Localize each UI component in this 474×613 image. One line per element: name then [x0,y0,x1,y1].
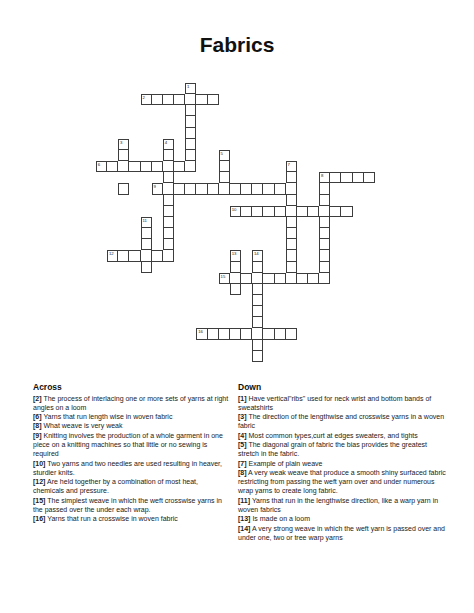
clue-item: [11] Yarns that run in the lengthwise di… [238,496,448,515]
grid-cell[interactable] [196,183,207,194]
clue-item: [8] What weave is very weak [33,421,231,430]
grid-cell[interactable] [252,340,263,351]
grid-cell[interactable] [263,206,274,217]
grid-cell[interactable] [353,172,364,183]
clue-number: 10 [232,207,237,212]
grid-cell[interactable] [230,284,241,295]
grid-cell[interactable] [275,206,286,217]
grid-cell[interactable] [319,228,330,239]
clue-item: [8] A very weak weave that produce a smo… [238,468,448,496]
clue-number: 1 [187,84,189,89]
grid-cell[interactable] [275,273,286,284]
grid-cell[interactable]: 8 [319,172,330,183]
clue-item-number: [15] [33,497,45,504]
grid-cell[interactable] [219,183,230,194]
clue-number: 15 [221,274,226,279]
grid-cell[interactable] [141,161,152,172]
grid-cell[interactable]: 6 [96,161,107,172]
grid-cell[interactable] [308,273,319,284]
clue-item-number: [4] [238,432,247,439]
clue-number: 14 [254,251,259,256]
grid-cell[interactable] [208,94,219,105]
grid-cell[interactable] [230,273,241,284]
clue-item-number: [9] [33,432,42,439]
grid-cell[interactable] [152,161,163,172]
clue-item: [1] Have vertical"ribs" used for neck wr… [238,394,448,413]
clue-item-number: [10] [33,460,45,467]
grid-cell[interactable] [330,206,341,217]
clue-number: 8 [321,173,323,178]
grid-cell[interactable] [185,183,196,194]
grid-cell[interactable] [286,328,297,339]
grid-cell[interactable] [230,262,241,273]
grid-cell[interactable] [163,150,174,161]
clue-item-number: [16] [33,515,45,522]
grid-cell[interactable] [163,172,174,183]
clue-item: [4] Most common types,curt at edges swea… [238,431,448,440]
clue-item-number: [2] [33,395,42,402]
grid-cell[interactable] [196,94,207,105]
down-clues-section: Down [1] Have vertical"ribs" used for ne… [238,383,448,542]
grid-cell[interactable] [241,206,252,217]
grid-cell[interactable] [286,262,297,273]
grid-cell[interactable] [163,228,174,239]
across-header: Across [33,383,231,393]
worksheet-page: Fabrics 12345678910111213141516 Across [… [0,0,474,613]
grid-cell[interactable] [141,250,152,261]
grid-cell[interactable]: 15 [219,273,230,284]
grid-cell[interactable] [286,250,297,261]
grid-cell[interactable] [219,172,230,183]
clue-item-number: [6] [33,413,42,420]
grid-cell[interactable] [364,172,375,183]
grid-cell[interactable] [141,228,152,239]
crossword-grid[interactable]: 12345678910111213141516 [96,83,375,362]
grid-cell[interactable]: 2 [141,94,152,105]
grid-cell[interactable]: 9 [152,183,163,194]
grid-cell[interactable] [185,139,196,150]
grid-cell[interactable] [152,94,163,105]
grid-cell[interactable] [252,317,263,328]
grid-cell[interactable]: 12 [107,250,118,261]
grid-cell[interactable] [152,250,163,261]
clue-item-number: [1] [238,395,247,402]
grid-cell[interactable]: 14 [252,250,263,261]
grid-cell[interactable] [319,273,330,284]
grid-cell[interactable] [208,328,219,339]
grid-cell[interactable] [286,239,297,250]
grid-cell[interactable] [319,195,330,206]
grid-cell[interactable] [319,183,330,194]
grid-cell[interactable] [252,295,263,306]
grid-cell[interactable] [163,239,174,250]
grid-cell[interactable] [174,94,185,105]
grid-cell[interactable]: 7 [286,161,297,172]
clue-item-number: [7] [238,460,247,467]
grid-cell[interactable] [208,183,219,194]
grid-cell[interactable] [263,328,274,339]
grid-cell[interactable] [275,328,286,339]
clue-item-number: [5] [238,441,247,448]
clue-number: 5 [221,151,223,156]
grid-cell[interactable]: 10 [230,206,241,217]
clue-number: 3 [120,140,122,145]
clue-item-number: [8] [238,469,247,476]
grid-cell[interactable] [129,250,140,261]
grid-cell[interactable] [286,228,297,239]
grid-cell[interactable] [185,150,196,161]
clue-item: [2] The process of interlacing one or mo… [33,394,231,413]
grid-cell[interactable] [341,206,352,217]
clue-number: 9 [154,184,156,189]
clue-item: [3] The direction of the lengthwise and … [238,412,448,431]
grid-cell[interactable] [163,217,174,228]
across-clues-section: Across [2] The process of interlacing on… [33,383,231,524]
grid-cell[interactable] [185,105,196,116]
clue-item-number: [13] [238,515,250,522]
grid-cell[interactable] [141,262,152,273]
grid-cell[interactable] [319,262,330,273]
clue-item: [14] A very strong weave in which the we… [238,524,448,543]
grid-cell[interactable] [252,351,263,362]
grid-cell[interactable] [219,328,230,339]
grid-cell[interactable] [174,183,185,194]
grid-cell[interactable] [263,273,274,284]
clue-item: [16] Yarns that run a crosswise in woven… [33,514,231,523]
grid-cell[interactable] [286,183,297,194]
clue-item: [10] Two yarns and two needles are used … [33,459,231,478]
grid-cell[interactable] [118,161,129,172]
clue-item-number: [12] [33,478,45,485]
grid-cell[interactable] [341,172,352,183]
grid-cell[interactable]: 13 [230,250,241,261]
grid-cell[interactable]: 5 [219,150,230,161]
grid-cell[interactable] [275,183,286,194]
grid-cell[interactable] [319,217,330,228]
clue-item: [7] Example of plain weave [238,459,448,468]
grid-cell[interactable] [241,183,252,194]
clue-number: 2 [142,95,144,100]
grid-cell[interactable]: 11 [141,217,152,228]
grid-cell[interactable] [286,217,297,228]
grid-cell[interactable] [252,206,263,217]
across-clue-list: [2] The process of interlacing one or mo… [33,394,231,524]
grid-cell[interactable] [230,328,241,339]
grid-cell[interactable] [118,250,129,261]
grid-cell[interactable]: 1 [185,83,196,94]
grid-cell[interactable] [163,206,174,217]
grid-cell[interactable] [118,183,129,194]
grid-cell[interactable] [107,161,118,172]
grid-cell[interactable] [219,161,230,172]
grid-cell[interactable] [319,250,330,261]
grid-cell[interactable] [230,183,241,194]
grid-cell[interactable] [185,116,196,127]
grid-cell[interactable] [241,328,252,339]
clue-item: [12] Are held together by a combination … [33,477,231,496]
clue-number: 6 [98,162,100,167]
grid-cell[interactable] [163,183,174,194]
clue-item-number: [14] [238,525,250,532]
down-header: Down [238,383,448,393]
grid-cell[interactable]: 3 [118,139,129,150]
grid-cell[interactable] [118,150,129,161]
grid-cell[interactable] [319,206,330,217]
clue-item: [5] The diagonal grain of fabric the bia… [238,440,448,459]
clue-number: 7 [287,162,289,167]
grid-cell[interactable] [263,183,274,194]
clue-item: [13] Is made on a loom [238,514,448,523]
grid-cell[interactable] [185,128,196,139]
grid-cell[interactable] [163,161,174,172]
grid-cell[interactable] [252,273,263,284]
grid-cell[interactable]: 16 [196,328,207,339]
grid-cell[interactable] [330,172,341,183]
clue-number: 13 [232,251,237,256]
grid-cell[interactable] [163,94,174,105]
down-clue-list: [1] Have vertical"ribs" used for neck wr… [238,394,448,543]
clue-item: [15] The simplest weave in which the wef… [33,496,231,515]
grid-cell[interactable] [252,284,263,295]
grid-cell[interactable] [129,161,140,172]
grid-cell[interactable] [163,195,174,206]
grid-cell[interactable] [286,206,297,217]
grid-cell[interactable] [286,195,297,206]
grid-cell[interactable] [319,239,330,250]
puzzle-title: Fabrics [0,33,474,57]
grid-cell[interactable] [286,172,297,183]
clue-number: 16 [198,329,203,334]
grid-cell[interactable] [286,273,297,284]
grid-cell[interactable] [185,161,196,172]
grid-cell[interactable] [252,328,263,339]
grid-cell[interactable] [308,206,319,217]
clue-item-number: [11] [238,497,250,504]
grid-cell[interactable] [252,306,263,317]
clue-number: 12 [109,251,114,256]
grid-cell[interactable]: 4 [163,139,174,150]
grid-cell[interactable] [241,273,252,284]
grid-cell[interactable] [252,183,263,194]
grid-cell[interactable] [185,94,196,105]
grid-cell[interactable] [141,239,152,250]
grid-cell[interactable] [297,273,308,284]
clue-item-number: [3] [238,413,247,420]
grid-cell[interactable] [174,161,185,172]
grid-cell[interactable] [252,262,263,273]
clue-number: 4 [165,140,167,145]
grid-cell[interactable] [297,206,308,217]
clue-item-number: [8] [33,422,42,429]
clue-item: [6] Yarns that run length wise in woven … [33,412,231,421]
clue-number: 11 [142,218,146,223]
clue-item: [9] Knitting involves the production of … [33,431,231,459]
grid-cell[interactable] [163,250,174,261]
